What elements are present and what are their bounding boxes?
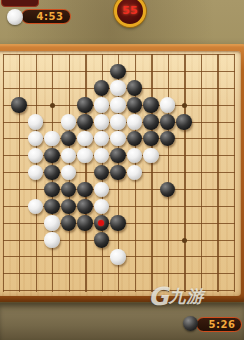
black-stone: [44, 199, 59, 214]
white-stone: [110, 97, 125, 112]
white-stone: [110, 80, 125, 95]
white-stone: [127, 114, 142, 129]
white-stone: [110, 249, 125, 264]
black-stone: [143, 97, 158, 112]
last-move-marker: [98, 220, 104, 226]
game-screen: 4:53 55 G九游 5:26: [0, 0, 244, 340]
black-stone: [94, 80, 109, 95]
black-stone: [77, 182, 92, 197]
white-stone: [110, 131, 125, 146]
white-stone: [143, 148, 158, 163]
white-stone: [160, 97, 175, 112]
star-point: [182, 238, 187, 243]
black-stone: [77, 215, 92, 230]
white-player-timer: 4:53: [0, 0, 80, 28]
white-stone-icon: [7, 9, 23, 25]
white-stone: [94, 199, 109, 214]
white-stone: [28, 114, 43, 129]
black-stone: [160, 114, 175, 129]
jiuyou-logo-icon: G: [148, 282, 169, 311]
black-stone: [94, 232, 109, 247]
black-stone: [176, 114, 191, 129]
white-stone: [61, 114, 76, 129]
black-stone: [110, 64, 125, 79]
white-timer-value: 4:53: [37, 11, 64, 22]
black-stone: [143, 131, 158, 146]
white-stone: [77, 148, 92, 163]
white-stone: [28, 199, 43, 214]
white-stone: [44, 131, 59, 146]
black-stone: [77, 199, 92, 214]
black-stone: [110, 148, 125, 163]
white-stone: [94, 97, 109, 112]
black-stone: [44, 165, 59, 180]
star-point: [50, 103, 55, 108]
white-stone: [44, 232, 59, 247]
black-stone: [110, 215, 125, 230]
move-counter-value: 55: [122, 4, 137, 17]
black-player-timer: 5:26: [180, 312, 244, 336]
black-timer-value: 5:26: [209, 319, 236, 330]
black-stone: [94, 215, 109, 230]
black-stone: [44, 148, 59, 163]
star-point: [182, 103, 187, 108]
black-stone: [61, 215, 76, 230]
white-stone: [94, 114, 109, 129]
black-stone: [127, 80, 142, 95]
black-stone: [110, 165, 125, 180]
black-timer-pill: 5:26: [196, 317, 242, 332]
black-stone: [127, 97, 142, 112]
black-stone: [77, 97, 92, 112]
move-counter-badge: 55: [114, 0, 146, 27]
jiuyou-watermark: G九游: [148, 282, 205, 311]
white-stone: [77, 131, 92, 146]
black-stone-icon: [183, 316, 198, 331]
black-stone: [11, 97, 26, 112]
white-timer-pill: 4:53: [21, 9, 71, 24]
black-stone: [143, 114, 158, 129]
black-stone: [61, 199, 76, 214]
jiuyou-logo-text: 九游: [169, 286, 205, 306]
white-stone: [44, 215, 59, 230]
white-stone: [110, 114, 125, 129]
black-stone: [44, 182, 59, 197]
black-stone: [77, 114, 92, 129]
